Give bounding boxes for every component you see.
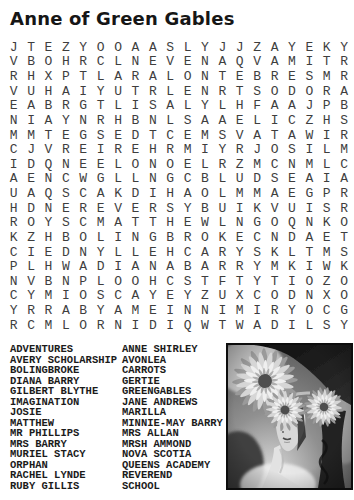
grid-cell-r18c13[interactable]: U: [214, 289, 231, 304]
grid-cell-r17c1[interactable]: N: [5, 274, 22, 289]
grid-cell-r11c7[interactable]: K: [109, 186, 126, 201]
grid-cell-r15c17[interactable]: L: [283, 245, 300, 260]
grid-cell-r20c1[interactable]: R: [5, 318, 22, 333]
grid-cell-r16c18[interactable]: I: [301, 259, 318, 274]
grid-cell-r19c18[interactable]: O: [301, 303, 318, 318]
grid-cell-r5c10[interactable]: A: [162, 99, 179, 114]
grid-cell-r20c17[interactable]: I: [283, 318, 300, 333]
grid-cell-r4c2[interactable]: U: [22, 84, 39, 99]
grid-cell-r5c1[interactable]: E: [5, 99, 22, 114]
grid-cell-r2c6[interactable]: C: [92, 55, 109, 70]
grid-cell-r8c15[interactable]: J: [248, 142, 265, 157]
grid-cell-r13c6[interactable]: M: [92, 216, 109, 231]
grid-cell-r9c12[interactable]: L: [196, 157, 213, 172]
grid-cell-r20c4[interactable]: L: [57, 318, 74, 333]
grid-cell-r12c16[interactable]: V: [266, 201, 283, 216]
grid-cell-r12c9[interactable]: R: [144, 201, 161, 216]
grid-cell-r6c12[interactable]: A: [196, 113, 213, 128]
grid-cell-r6c18[interactable]: Z: [301, 113, 318, 128]
grid-cell-r19c1[interactable]: Y: [5, 303, 22, 318]
grid-cell-r5c4[interactable]: R: [57, 99, 74, 114]
grid-cell-r19c9[interactable]: E: [144, 303, 161, 318]
grid-cell-r13c5[interactable]: C: [75, 216, 92, 231]
grid-cell-r4c7[interactable]: U: [109, 84, 126, 99]
grid-cell-r18c17[interactable]: D: [283, 289, 300, 304]
grid-cell-r1c14[interactable]: J: [231, 40, 248, 55]
grid-cell-r4c6[interactable]: Y: [92, 84, 109, 99]
grid-cell-r3c2[interactable]: H: [22, 69, 39, 84]
grid-cell-r3c18[interactable]: S: [301, 69, 318, 84]
grid-cell-r4c5[interactable]: I: [75, 84, 92, 99]
grid-cell-r11c17[interactable]: E: [283, 186, 300, 201]
grid-cell-r19c14[interactable]: M: [231, 303, 248, 318]
grid-cell-r17c5[interactable]: P: [75, 274, 92, 289]
grid-cell-r8c20[interactable]: M: [335, 142, 352, 157]
grid-cell-r10c9[interactable]: N: [144, 172, 161, 187]
grid-cell-r4c1[interactable]: V: [5, 84, 22, 99]
grid-cell-r9c6[interactable]: E: [92, 157, 109, 172]
grid-cell-r18c2[interactable]: Y: [22, 289, 39, 304]
grid-cell-r18c11[interactable]: Y: [179, 289, 196, 304]
grid-cell-r6c1[interactable]: N: [5, 113, 22, 128]
grid-cell-r11c3[interactable]: Q: [40, 186, 57, 201]
grid-cell-r13c12[interactable]: W: [196, 216, 213, 231]
grid-cell-r6c20[interactable]: S: [335, 113, 352, 128]
grid-cell-r6c10[interactable]: L: [162, 113, 179, 128]
grid-cell-r3c1[interactable]: R: [5, 69, 22, 84]
grid-cell-r7c19[interactable]: I: [318, 128, 335, 143]
grid-cell-r12c2[interactable]: D: [22, 201, 39, 216]
grid-cell-r19c15[interactable]: I: [248, 303, 265, 318]
grid-cell-r15c15[interactable]: S: [248, 245, 265, 260]
grid-cell-r9c13[interactable]: R: [214, 157, 231, 172]
grid-cell-r16c17[interactable]: K: [283, 259, 300, 274]
grid-cell-r9c19[interactable]: L: [318, 157, 335, 172]
grid-cell-r7c12[interactable]: M: [196, 128, 213, 143]
grid-cell-r10c13[interactable]: L: [214, 172, 231, 187]
grid-cell-r6c11[interactable]: S: [179, 113, 196, 128]
grid-cell-r16c5[interactable]: A: [75, 259, 92, 274]
grid-cell-r20c11[interactable]: Q: [179, 318, 196, 333]
grid-cell-r13c4[interactable]: S: [57, 216, 74, 231]
grid-cell-r12c17[interactable]: U: [283, 201, 300, 216]
grid-cell-r3c13[interactable]: T: [214, 69, 231, 84]
grid-cell-r14c14[interactable]: E: [231, 230, 248, 245]
grid-cell-r6c15[interactable]: L: [248, 113, 265, 128]
grid-cell-r3c6[interactable]: L: [92, 69, 109, 84]
grid-cell-r12c1[interactable]: H: [5, 201, 22, 216]
grid-cell-r12c18[interactable]: I: [301, 201, 318, 216]
grid-cell-r14c1[interactable]: K: [5, 230, 22, 245]
grid-cell-r7c8[interactable]: D: [127, 128, 144, 143]
grid-cell-r15c5[interactable]: N: [75, 245, 92, 260]
grid-cell-r10c16[interactable]: S: [266, 172, 283, 187]
grid-cell-r7c14[interactable]: V: [231, 128, 248, 143]
grid-cell-r2c13[interactable]: A: [214, 55, 231, 70]
grid-cell-r2c2[interactable]: B: [22, 55, 39, 70]
grid-cell-r1c19[interactable]: K: [318, 40, 335, 55]
grid-cell-r15c14[interactable]: Y: [231, 245, 248, 260]
grid-cell-r6c17[interactable]: C: [283, 113, 300, 128]
grid-cell-r7c4[interactable]: E: [57, 128, 74, 143]
grid-cell-r6c14[interactable]: E: [231, 113, 248, 128]
grid-cell-r5c20[interactable]: B: [335, 99, 352, 114]
grid-cell-r15c18[interactable]: T: [301, 245, 318, 260]
grid-cell-r3c17[interactable]: E: [283, 69, 300, 84]
grid-cell-r8c17[interactable]: S: [283, 142, 300, 157]
grid-cell-r9c1[interactable]: I: [5, 157, 22, 172]
grid-cell-r14c6[interactable]: L: [92, 230, 109, 245]
grid-cell-r6c4[interactable]: Y: [57, 113, 74, 128]
grid-cell-r10c11[interactable]: C: [179, 172, 196, 187]
grid-cell-r10c3[interactable]: N: [40, 172, 57, 187]
grid-cell-r10c7[interactable]: L: [109, 172, 126, 187]
grid-cell-r6c5[interactable]: N: [75, 113, 92, 128]
grid-cell-r16c12[interactable]: A: [196, 259, 213, 274]
grid-cell-r5c14[interactable]: H: [231, 99, 248, 114]
grid-cell-r9c3[interactable]: Q: [40, 157, 57, 172]
grid-cell-r19c11[interactable]: N: [179, 303, 196, 318]
grid-cell-r2c15[interactable]: V: [248, 55, 265, 70]
grid-cell-r1c9[interactable]: A: [144, 40, 161, 55]
grid-cell-r11c16[interactable]: A: [266, 186, 283, 201]
grid-cell-r20c14[interactable]: W: [231, 318, 248, 333]
grid-cell-r13c9[interactable]: T: [144, 216, 161, 231]
grid-cell-r1c10[interactable]: S: [162, 40, 179, 55]
grid-cell-r6c9[interactable]: N: [144, 113, 161, 128]
grid-cell-r5c18[interactable]: J: [301, 99, 318, 114]
grid-cell-r7c5[interactable]: G: [75, 128, 92, 143]
grid-cell-r12c8[interactable]: E: [127, 201, 144, 216]
grid-cell-r18c16[interactable]: O: [266, 289, 283, 304]
grid-cell-r13c3[interactable]: Y: [40, 216, 57, 231]
grid-cell-r4c4[interactable]: A: [57, 84, 74, 99]
grid-cell-r9c7[interactable]: L: [109, 157, 126, 172]
grid-cell-r11c10[interactable]: H: [162, 186, 179, 201]
grid-cell-r7c18[interactable]: W: [301, 128, 318, 143]
grid-cell-r18c6[interactable]: S: [92, 289, 109, 304]
grid-cell-r3c10[interactable]: L: [162, 69, 179, 84]
grid-cell-r5c3[interactable]: B: [40, 99, 57, 114]
grid-cell-r16c3[interactable]: H: [40, 259, 57, 274]
grid-cell-r15c12[interactable]: A: [196, 245, 213, 260]
grid-cell-r4c11[interactable]: E: [179, 84, 196, 99]
grid-cell-r18c8[interactable]: A: [127, 289, 144, 304]
grid-cell-r12c5[interactable]: R: [75, 201, 92, 216]
grid-cell-r17c18[interactable]: O: [301, 274, 318, 289]
grid-cell-r12c11[interactable]: Y: [179, 201, 196, 216]
grid-cell-r19c6[interactable]: Y: [92, 303, 109, 318]
grid-cell-r9c2[interactable]: D: [22, 157, 39, 172]
grid-cell-r1c17[interactable]: Y: [283, 40, 300, 55]
grid-cell-r8c16[interactable]: O: [266, 142, 283, 157]
grid-cell-r2c10[interactable]: V: [162, 55, 179, 70]
grid-cell-r8c12[interactable]: I: [196, 142, 213, 157]
grid-cell-r1c7[interactable]: O: [109, 40, 126, 55]
grid-cell-r9c20[interactable]: C: [335, 157, 352, 172]
grid-cell-r14c4[interactable]: B: [57, 230, 74, 245]
grid-cell-r14c13[interactable]: K: [214, 230, 231, 245]
grid-cell-r11c9[interactable]: I: [144, 186, 161, 201]
grid-cell-r7c7[interactable]: E: [109, 128, 126, 143]
grid-cell-r8c9[interactable]: H: [144, 142, 161, 157]
grid-cell-r20c5[interactable]: O: [75, 318, 92, 333]
grid-cell-r17c9[interactable]: H: [144, 274, 161, 289]
grid-cell-r1c16[interactable]: A: [266, 40, 283, 55]
grid-cell-r13c10[interactable]: H: [162, 216, 179, 231]
grid-cell-r20c6[interactable]: R: [92, 318, 109, 333]
grid-cell-r2c18[interactable]: I: [301, 55, 318, 70]
grid-cell-r13c15[interactable]: G: [248, 216, 265, 231]
grid-cell-r11c18[interactable]: G: [301, 186, 318, 201]
grid-cell-r16c10[interactable]: A: [162, 259, 179, 274]
grid-cell-r2c4[interactable]: H: [57, 55, 74, 70]
grid-cell-r7c1[interactable]: M: [5, 128, 22, 143]
grid-cell-r3c16[interactable]: R: [266, 69, 283, 84]
grid-cell-r10c19[interactable]: I: [318, 172, 335, 187]
grid-cell-r3c11[interactable]: O: [179, 69, 196, 84]
grid-cell-r14c17[interactable]: D: [283, 230, 300, 245]
grid-cell-r4c20[interactable]: A: [335, 84, 352, 99]
grid-cell-r9c14[interactable]: Z: [231, 157, 248, 172]
grid-cell-r9c9[interactable]: N: [144, 157, 161, 172]
grid-cell-r19c7[interactable]: A: [109, 303, 126, 318]
grid-cell-r1c15[interactable]: Z: [248, 40, 265, 55]
grid-cell-r7c2[interactable]: M: [22, 128, 39, 143]
grid-cell-r19c10[interactable]: I: [162, 303, 179, 318]
grid-cell-r16c19[interactable]: W: [318, 259, 335, 274]
grid-cell-r14c19[interactable]: E: [318, 230, 335, 245]
grid-cell-r1c5[interactable]: Y: [75, 40, 92, 55]
grid-cell-r4c18[interactable]: O: [301, 84, 318, 99]
grid-cell-r15c3[interactable]: E: [40, 245, 57, 260]
grid-cell-r4c17[interactable]: D: [283, 84, 300, 99]
grid-cell-r19c20[interactable]: G: [335, 303, 352, 318]
grid-cell-r10c6[interactable]: G: [92, 172, 109, 187]
grid-cell-r2c12[interactable]: N: [196, 55, 213, 70]
grid-cell-r13c13[interactable]: L: [214, 216, 231, 231]
grid-cell-r13c11[interactable]: E: [179, 216, 196, 231]
grid-cell-r3c3[interactable]: X: [40, 69, 57, 84]
grid-cell-r3c19[interactable]: M: [318, 69, 335, 84]
grid-cell-r2c9[interactable]: E: [144, 55, 161, 70]
grid-cell-r4c10[interactable]: L: [162, 84, 179, 99]
grid-cell-r7c15[interactable]: A: [248, 128, 265, 143]
grid-cell-r5c8[interactable]: I: [127, 99, 144, 114]
grid-cell-r1c4[interactable]: Z: [57, 40, 74, 55]
grid-cell-r19c3[interactable]: R: [40, 303, 57, 318]
grid-cell-r11c13[interactable]: L: [214, 186, 231, 201]
grid-cell-r14c8[interactable]: N: [127, 230, 144, 245]
grid-cell-r14c7[interactable]: I: [109, 230, 126, 245]
grid-cell-r8c11[interactable]: M: [179, 142, 196, 157]
grid-cell-r2c8[interactable]: N: [127, 55, 144, 70]
grid-cell-r20c2[interactable]: C: [22, 318, 39, 333]
grid-cell-r18c7[interactable]: C: [109, 289, 126, 304]
grid-cell-r16c11[interactable]: B: [179, 259, 196, 274]
grid-cell-r20c12[interactable]: W: [196, 318, 213, 333]
grid-cell-r7c3[interactable]: T: [40, 128, 57, 143]
grid-cell-r19c4[interactable]: A: [57, 303, 74, 318]
grid-cell-r12c19[interactable]: S: [318, 201, 335, 216]
grid-cell-r5c15[interactable]: F: [248, 99, 265, 114]
grid-cell-r15c7[interactable]: L: [109, 245, 126, 260]
grid-cell-r11c12[interactable]: O: [196, 186, 213, 201]
grid-cell-r5c2[interactable]: A: [22, 99, 39, 114]
grid-cell-r17c8[interactable]: O: [127, 274, 144, 289]
grid-cell-r20c16[interactable]: D: [266, 318, 283, 333]
grid-cell-r11c2[interactable]: A: [22, 186, 39, 201]
grid-cell-r13c14[interactable]: N: [231, 216, 248, 231]
grid-cell-r11c8[interactable]: D: [127, 186, 144, 201]
grid-cell-r10c20[interactable]: A: [335, 172, 352, 187]
grid-cell-r16c1[interactable]: P: [5, 259, 22, 274]
grid-cell-r8c6[interactable]: I: [92, 142, 109, 157]
grid-cell-r16c14[interactable]: R: [231, 259, 248, 274]
grid-cell-r8c3[interactable]: V: [40, 142, 57, 157]
grid-cell-r20c19[interactable]: S: [318, 318, 335, 333]
grid-cell-r2c7[interactable]: L: [109, 55, 126, 70]
grid-cell-r13c7[interactable]: A: [109, 216, 126, 231]
grid-cell-r16c9[interactable]: N: [144, 259, 161, 274]
grid-cell-r3c9[interactable]: A: [144, 69, 161, 84]
grid-cell-r17c17[interactable]: I: [283, 274, 300, 289]
grid-cell-r6c19[interactable]: H: [318, 113, 335, 128]
grid-cell-r10c14[interactable]: U: [231, 172, 248, 187]
grid-cell-r4c8[interactable]: T: [127, 84, 144, 99]
grid-cell-r12c20[interactable]: R: [335, 201, 352, 216]
grid-cell-r16c2[interactable]: L: [22, 259, 39, 274]
grid-cell-r20c13[interactable]: T: [214, 318, 231, 333]
grid-cell-r8c10[interactable]: R: [162, 142, 179, 157]
grid-cell-r4c13[interactable]: R: [214, 84, 231, 99]
grid-cell-r7c20[interactable]: R: [335, 128, 352, 143]
grid-cell-r20c7[interactable]: N: [109, 318, 126, 333]
grid-cell-r19c13[interactable]: I: [214, 303, 231, 318]
grid-cell-r20c9[interactable]: D: [144, 318, 161, 333]
grid-cell-r18c1[interactable]: C: [5, 289, 22, 304]
grid-cell-r17c2[interactable]: V: [22, 274, 39, 289]
grid-cell-r7c17[interactable]: A: [283, 128, 300, 143]
grid-cell-r12c3[interactable]: N: [40, 201, 57, 216]
grid-cell-r17c10[interactable]: C: [162, 274, 179, 289]
grid-cell-r6c16[interactable]: I: [266, 113, 283, 128]
grid-cell-r20c3[interactable]: M: [40, 318, 57, 333]
grid-cell-r2c19[interactable]: T: [318, 55, 335, 70]
grid-cell-r1c6[interactable]: O: [92, 40, 109, 55]
grid-cell-r16c20[interactable]: K: [335, 259, 352, 274]
grid-cell-r17c4[interactable]: N: [57, 274, 74, 289]
grid-cell-r14c15[interactable]: C: [248, 230, 265, 245]
grid-cell-r1c11[interactable]: L: [179, 40, 196, 55]
grid-cell-r10c8[interactable]: L: [127, 172, 144, 187]
grid-cell-r5c19[interactable]: P: [318, 99, 335, 114]
grid-cell-r8c18[interactable]: I: [301, 142, 318, 157]
grid-cell-r9c8[interactable]: O: [127, 157, 144, 172]
grid-cell-r12c10[interactable]: S: [162, 201, 179, 216]
grid-cell-r13c17[interactable]: Q: [283, 216, 300, 231]
grid-cell-r12c14[interactable]: I: [231, 201, 248, 216]
grid-cell-r17c19[interactable]: Z: [318, 274, 335, 289]
grid-cell-r7c10[interactable]: C: [162, 128, 179, 143]
grid-cell-r9c10[interactable]: O: [162, 157, 179, 172]
grid-cell-r10c2[interactable]: E: [22, 172, 39, 187]
grid-cell-r8c8[interactable]: E: [127, 142, 144, 157]
grid-cell-r11c5[interactable]: C: [75, 186, 92, 201]
grid-cell-r2c5[interactable]: R: [75, 55, 92, 70]
grid-cell-r10c17[interactable]: E: [283, 172, 300, 187]
grid-cell-r20c18[interactable]: L: [301, 318, 318, 333]
grid-cell-r5c11[interactable]: L: [179, 99, 196, 114]
grid-cell-r8c7[interactable]: R: [109, 142, 126, 157]
grid-cell-r13c19[interactable]: K: [318, 216, 335, 231]
grid-cell-r18c15[interactable]: C: [248, 289, 265, 304]
grid-cell-r14c9[interactable]: G: [144, 230, 161, 245]
grid-cell-r19c12[interactable]: N: [196, 303, 213, 318]
grid-cell-r15c1[interactable]: C: [5, 245, 22, 260]
grid-cell-r12c13[interactable]: U: [214, 201, 231, 216]
grid-cell-r1c2[interactable]: T: [22, 40, 39, 55]
grid-cell-r18c3[interactable]: M: [40, 289, 57, 304]
grid-cell-r1c8[interactable]: A: [127, 40, 144, 55]
grid-cell-r5c12[interactable]: Y: [196, 99, 213, 114]
grid-cell-r3c12[interactable]: N: [196, 69, 213, 84]
grid-cell-r11c6[interactable]: A: [92, 186, 109, 201]
grid-cell-r3c15[interactable]: B: [248, 69, 265, 84]
grid-cell-r17c12[interactable]: T: [196, 274, 213, 289]
grid-cell-r8c5[interactable]: E: [75, 142, 92, 157]
grid-cell-r2c16[interactable]: A: [266, 55, 283, 70]
grid-cell-r12c12[interactable]: B: [196, 201, 213, 216]
grid-cell-r13c18[interactable]: N: [301, 216, 318, 231]
grid-cell-r17c3[interactable]: B: [40, 274, 57, 289]
grid-cell-r14c10[interactable]: B: [162, 230, 179, 245]
grid-cell-r15c11[interactable]: C: [179, 245, 196, 260]
grid-cell-r13c1[interactable]: R: [5, 216, 22, 231]
grid-cell-r18c20[interactable]: O: [335, 289, 352, 304]
grid-cell-r16c7[interactable]: I: [109, 259, 126, 274]
grid-cell-r14c16[interactable]: N: [266, 230, 283, 245]
grid-cell-r20c15[interactable]: A: [248, 318, 265, 333]
grid-cell-r19c19[interactable]: C: [318, 303, 335, 318]
grid-cell-r9c11[interactable]: E: [179, 157, 196, 172]
grid-cell-r19c2[interactable]: R: [22, 303, 39, 318]
grid-cell-r4c15[interactable]: S: [248, 84, 265, 99]
grid-cell-r20c10[interactable]: I: [162, 318, 179, 333]
grid-cell-r6c6[interactable]: R: [92, 113, 109, 128]
grid-cell-r7c16[interactable]: T: [266, 128, 283, 143]
grid-cell-r3c5[interactable]: T: [75, 69, 92, 84]
grid-cell-r16c4[interactable]: W: [57, 259, 74, 274]
grid-cell-r17c13[interactable]: F: [214, 274, 231, 289]
grid-cell-r5c16[interactable]: A: [266, 99, 283, 114]
grid-cell-r3c14[interactable]: E: [231, 69, 248, 84]
grid-cell-r11c14[interactable]: M: [231, 186, 248, 201]
grid-cell-r12c4[interactable]: E: [57, 201, 74, 216]
grid-cell-r1c1[interactable]: J: [5, 40, 22, 55]
grid-cell-r1c3[interactable]: E: [40, 40, 57, 55]
grid-cell-r7c13[interactable]: S: [214, 128, 231, 143]
grid-cell-r18c19[interactable]: X: [318, 289, 335, 304]
grid-cell-r8c4[interactable]: R: [57, 142, 74, 157]
grid-cell-r9c5[interactable]: E: [75, 157, 92, 172]
grid-cell-r2c11[interactable]: E: [179, 55, 196, 70]
grid-cell-r17c15[interactable]: Y: [248, 274, 265, 289]
grid-cell-r14c12[interactable]: O: [196, 230, 213, 245]
grid-cell-r4c14[interactable]: T: [231, 84, 248, 99]
grid-cell-r12c7[interactable]: V: [109, 201, 126, 216]
grid-cell-r5c9[interactable]: S: [144, 99, 161, 114]
